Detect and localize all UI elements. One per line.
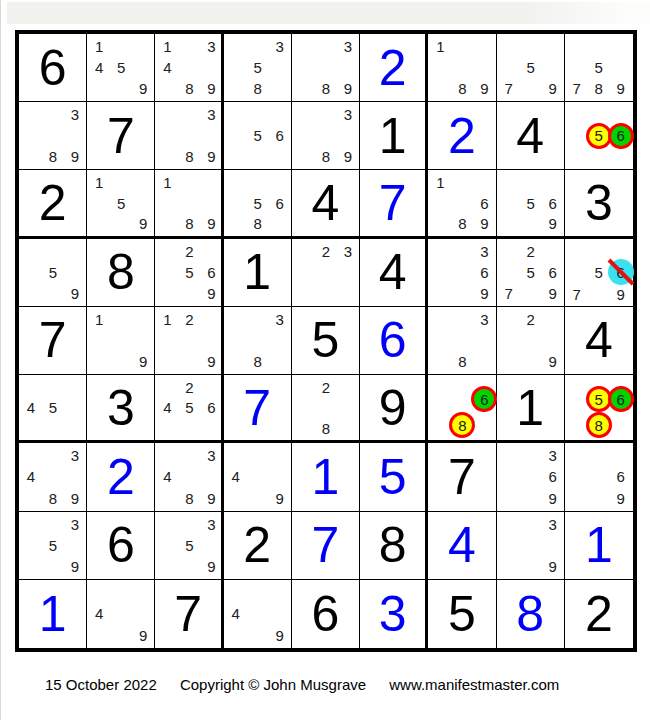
cell-r3c9[interactable]: 3 bbox=[565, 170, 633, 238]
footer-date: 15 October 2022 bbox=[45, 676, 157, 693]
candidate-1: 1 bbox=[91, 311, 107, 328]
candidate-6-cyan-slash: 6 bbox=[608, 259, 634, 285]
candidate-1: 1 bbox=[91, 38, 107, 55]
candidate-8: 8 bbox=[250, 353, 266, 370]
candidate-3: 3 bbox=[340, 243, 356, 260]
given-digit: 6 bbox=[107, 520, 135, 570]
candidate-9: 9 bbox=[203, 148, 219, 165]
candidate-3: 3 bbox=[203, 516, 219, 533]
cell-r1c1[interactable]: 6 bbox=[19, 34, 87, 102]
cell-r8c9[interactable]: 1 bbox=[565, 512, 633, 580]
candidate-5: 5 bbox=[113, 195, 129, 212]
cell-r4c9[interactable]: 5679 bbox=[565, 239, 633, 307]
candidate-8: 8 bbox=[318, 420, 334, 437]
candidate-4: 4 bbox=[228, 605, 244, 622]
candidate-9: 9 bbox=[203, 353, 219, 370]
cell-r9c4[interactable]: 49 bbox=[224, 580, 292, 648]
candidate-7: 7 bbox=[569, 80, 585, 97]
candidate-9: 9 bbox=[203, 490, 219, 507]
cell-r9c1[interactable]: 1 bbox=[19, 580, 87, 648]
candidate-2: 2 bbox=[181, 379, 197, 396]
cell-r6c3[interactable]: 2456 bbox=[155, 375, 223, 443]
candidate-6-green: 6 bbox=[608, 386, 634, 412]
cell-r2c3[interactable]: 389 bbox=[155, 102, 223, 170]
pencil-marks: 3489 bbox=[19, 443, 86, 510]
candidate-9: 9 bbox=[545, 490, 561, 507]
solved-digit: 6 bbox=[379, 315, 407, 365]
given-digit: 1 bbox=[243, 247, 271, 297]
given-digit: 1 bbox=[516, 383, 544, 433]
given-digit: 4 bbox=[379, 247, 407, 297]
candidate-5: 5 bbox=[181, 264, 197, 281]
cell-r3c4[interactable]: 568 bbox=[224, 170, 292, 238]
candidate-8: 8 bbox=[181, 215, 197, 232]
pencil-marks: 359 bbox=[19, 512, 86, 579]
candidate-9: 9 bbox=[67, 148, 83, 165]
solved-digit: 8 bbox=[516, 589, 544, 639]
candidate-4: 4 bbox=[228, 468, 244, 485]
cell-r7c8[interactable]: 369 bbox=[497, 443, 565, 511]
candidate-9: 9 bbox=[545, 353, 561, 370]
cell-r6c8[interactable]: 1 bbox=[497, 375, 565, 443]
pencil-marks: 389 bbox=[292, 102, 359, 169]
candidate-2: 2 bbox=[318, 243, 334, 260]
candidate-6: 6 bbox=[272, 127, 288, 144]
given-digit: 3 bbox=[585, 178, 613, 228]
cell-r9c7[interactable]: 5 bbox=[428, 580, 496, 648]
candidate-2: 2 bbox=[523, 311, 539, 328]
cell-r3c5[interactable]: 4 bbox=[292, 170, 360, 238]
pencil-marks: 159 bbox=[87, 170, 154, 235]
candidate-3: 3 bbox=[67, 106, 83, 123]
solved-digit: 2 bbox=[107, 452, 135, 502]
candidate-7: 7 bbox=[569, 286, 585, 303]
cell-r3c3[interactable]: 189 bbox=[155, 170, 223, 238]
candidate-4: 4 bbox=[91, 59, 107, 76]
given-digit: 8 bbox=[107, 247, 135, 297]
pencil-marks: 5679 bbox=[565, 239, 633, 306]
given-digit: 7 bbox=[448, 452, 476, 502]
candidate-5: 5 bbox=[113, 59, 129, 76]
candidate-8: 8 bbox=[181, 80, 197, 97]
candidate-4: 4 bbox=[159, 399, 175, 416]
candidate-9: 9 bbox=[545, 80, 561, 97]
candidate-5: 5 bbox=[181, 399, 197, 416]
pencil-marks: 389 bbox=[19, 102, 86, 169]
candidate-1: 1 bbox=[91, 174, 107, 191]
candidate-8: 8 bbox=[454, 80, 470, 97]
pencil-marks: 69 bbox=[565, 443, 633, 510]
pencil-marks: 369 bbox=[497, 443, 564, 510]
candidate-3: 3 bbox=[203, 447, 219, 464]
pencil-marks: 45 bbox=[19, 375, 86, 440]
given-digit: 4 bbox=[585, 315, 613, 365]
candidate-9: 9 bbox=[67, 558, 83, 575]
candidate-9: 9 bbox=[203, 285, 219, 302]
pencil-marks: 1689 bbox=[428, 170, 495, 235]
candidate-5: 5 bbox=[591, 264, 607, 281]
candidate-9: 9 bbox=[135, 353, 151, 370]
candidate-4: 4 bbox=[23, 468, 39, 485]
cell-r2c2[interactable]: 7 bbox=[87, 102, 155, 170]
candidate-8: 8 bbox=[454, 215, 470, 232]
cell-r8c3[interactable]: 359 bbox=[155, 512, 223, 580]
cell-r1c8[interactable]: 579 bbox=[497, 34, 565, 102]
candidate-3: 3 bbox=[272, 311, 288, 328]
cell-r6c9[interactable]: 568 bbox=[565, 375, 633, 443]
cell-r2c6[interactable]: 1 bbox=[360, 102, 428, 170]
solved-digit: 4 bbox=[448, 520, 476, 570]
cell-r6c6[interactable]: 9 bbox=[360, 375, 428, 443]
candidate-6: 6 bbox=[545, 195, 561, 212]
candidate-6-green: 6 bbox=[608, 123, 634, 149]
pencil-marks: 28 bbox=[292, 375, 359, 440]
candidate-5: 5 bbox=[250, 59, 266, 76]
candidate-7: 7 bbox=[501, 80, 517, 97]
cell-r4c4[interactable]: 1 bbox=[224, 239, 292, 307]
candidate-9: 9 bbox=[203, 80, 219, 97]
candidate-1: 1 bbox=[432, 174, 448, 191]
pencil-marks: 13489 bbox=[155, 34, 220, 101]
pencil-marks: 358 bbox=[224, 34, 291, 101]
solved-digit: 2 bbox=[448, 111, 476, 161]
cell-r1c3[interactable]: 13489 bbox=[155, 34, 223, 102]
cell-r4c7[interactable]: 369 bbox=[428, 239, 496, 307]
cell-r8c1[interactable]: 359 bbox=[19, 512, 87, 580]
cell-r8c5[interactable]: 7 bbox=[292, 512, 360, 580]
cell-r7c4[interactable]: 49 bbox=[224, 443, 292, 511]
candidate-4: 4 bbox=[23, 399, 39, 416]
candidate-2: 2 bbox=[181, 311, 197, 328]
candidate-9: 9 bbox=[476, 215, 492, 232]
candidate-4: 4 bbox=[91, 605, 107, 622]
cell-r7c2[interactable]: 2 bbox=[87, 443, 155, 511]
candidate-6: 6 bbox=[476, 195, 492, 212]
cell-r5c7[interactable]: 38 bbox=[428, 307, 496, 375]
candidate-1: 1 bbox=[159, 174, 175, 191]
candidate-9: 9 bbox=[613, 80, 629, 97]
cell-r6c2[interactable]: 3 bbox=[87, 375, 155, 443]
candidate-8: 8 bbox=[181, 148, 197, 165]
pencil-marks: 579 bbox=[497, 34, 564, 101]
candidate-5: 5 bbox=[45, 399, 61, 416]
candidate-5: 5 bbox=[250, 127, 266, 144]
pencil-marks: 56 bbox=[565, 102, 633, 169]
given-digit: 2 bbox=[39, 178, 67, 228]
candidate-9: 9 bbox=[272, 627, 288, 644]
cell-r3c6[interactable]: 7 bbox=[360, 170, 428, 238]
footer: 15 October 2022 Copyright © John Musgrav… bbox=[45, 676, 578, 693]
candidate-9: 9 bbox=[67, 490, 83, 507]
pencil-marks: 389 bbox=[292, 34, 359, 101]
candidate-3: 3 bbox=[203, 106, 219, 123]
candidate-3: 3 bbox=[203, 38, 219, 55]
given-digit: 7 bbox=[107, 111, 135, 161]
candidate-8: 8 bbox=[45, 490, 61, 507]
pencil-marks: 2456 bbox=[155, 375, 220, 440]
given-digit: 4 bbox=[312, 178, 340, 228]
cell-r5c6[interactable]: 6 bbox=[360, 307, 428, 375]
pencil-marks: 49 bbox=[224, 580, 291, 648]
given-digit: 9 bbox=[379, 383, 407, 433]
cell-r4c2[interactable]: 8 bbox=[87, 239, 155, 307]
candidate-3: 3 bbox=[545, 516, 561, 533]
pencil-marks: 5789 bbox=[565, 34, 633, 101]
pencil-marks: 569 bbox=[497, 170, 564, 235]
cell-r4c1[interactable]: 59 bbox=[19, 239, 87, 307]
candidate-9: 9 bbox=[613, 490, 629, 507]
candidate-4: 4 bbox=[159, 468, 175, 485]
candidate-1: 1 bbox=[159, 38, 175, 55]
cell-r1c4[interactable]: 358 bbox=[224, 34, 292, 102]
footer-site: www.manifestmaster.com bbox=[389, 676, 559, 693]
pencil-marks: 68 bbox=[428, 375, 495, 440]
cell-r8c7[interactable]: 4 bbox=[428, 512, 496, 580]
candidate-3: 3 bbox=[340, 106, 356, 123]
cell-r3c1[interactable]: 2 bbox=[19, 170, 87, 238]
candidate-5: 5 bbox=[181, 537, 197, 554]
given-digit: 1 bbox=[379, 111, 407, 161]
cell-r8c4[interactable]: 2 bbox=[224, 512, 292, 580]
footer-copyright: Copyright © John Musgrave bbox=[180, 676, 366, 693]
cell-r2c5[interactable]: 389 bbox=[292, 102, 360, 170]
given-digit: 3 bbox=[107, 383, 135, 433]
cell-r7c5[interactable]: 1 bbox=[292, 443, 360, 511]
cell-r5c5[interactable]: 5 bbox=[292, 307, 360, 375]
candidate-6: 6 bbox=[545, 468, 561, 485]
candidate-3: 3 bbox=[476, 311, 492, 328]
cell-r6c4[interactable]: 7 bbox=[224, 375, 292, 443]
sudoku-board: 6145913489358389218957957893897389563891… bbox=[15, 30, 637, 652]
pencil-marks: 3489 bbox=[155, 443, 220, 510]
candidate-3: 3 bbox=[545, 447, 561, 464]
candidate-6-green: 6 bbox=[471, 386, 497, 412]
solved-digit: 7 bbox=[379, 178, 407, 228]
cell-r1c5[interactable]: 389 bbox=[292, 34, 360, 102]
candidate-9: 9 bbox=[272, 490, 288, 507]
candidate-8: 8 bbox=[45, 148, 61, 165]
cell-r5c4[interactable]: 38 bbox=[224, 307, 292, 375]
candidate-9: 9 bbox=[135, 215, 151, 232]
candidate-9: 9 bbox=[340, 80, 356, 97]
pencil-marks: 389 bbox=[155, 102, 220, 169]
candidate-3: 3 bbox=[67, 516, 83, 533]
candidate-9: 9 bbox=[545, 215, 561, 232]
cell-r7c9[interactable]: 69 bbox=[565, 443, 633, 511]
candidate-9: 9 bbox=[613, 286, 629, 303]
given-digit: 6 bbox=[39, 43, 67, 93]
candidate-5: 5 bbox=[250, 195, 266, 212]
candidate-9: 9 bbox=[135, 80, 151, 97]
pencil-marks: 369 bbox=[428, 239, 495, 306]
candidate-2: 2 bbox=[318, 379, 334, 396]
solved-digit: 1 bbox=[39, 589, 67, 639]
candidate-9: 9 bbox=[203, 215, 219, 232]
pencil-marks: 38 bbox=[428, 307, 495, 374]
candidate-8-yellow: 8 bbox=[449, 412, 475, 438]
cell-r2c4[interactable]: 56 bbox=[224, 102, 292, 170]
cell-r3c8[interactable]: 569 bbox=[497, 170, 565, 238]
cell-r6c5[interactable]: 28 bbox=[292, 375, 360, 443]
candidate-8: 8 bbox=[181, 490, 197, 507]
cell-r8c8[interactable]: 39 bbox=[497, 512, 565, 580]
candidate-5: 5 bbox=[523, 59, 539, 76]
solved-digit: 3 bbox=[379, 589, 407, 639]
candidate-9: 9 bbox=[476, 80, 492, 97]
candidate-9: 9 bbox=[545, 558, 561, 575]
candidate-8: 8 bbox=[454, 353, 470, 370]
given-digit: 7 bbox=[174, 589, 202, 639]
cell-r7c1[interactable]: 3489 bbox=[19, 443, 87, 511]
candidate-6: 6 bbox=[545, 264, 561, 281]
cell-r9c3[interactable]: 7 bbox=[155, 580, 223, 648]
given-digit: 6 bbox=[312, 589, 340, 639]
candidate-3: 3 bbox=[272, 38, 288, 55]
cell-r2c9[interactable]: 56 bbox=[565, 102, 633, 170]
candidate-3: 3 bbox=[67, 447, 83, 464]
cell-r9c6[interactable]: 3 bbox=[360, 580, 428, 648]
pencil-marks: 25679 bbox=[497, 239, 564, 306]
pencil-marks: 38 bbox=[224, 307, 291, 374]
candidate-6: 6 bbox=[203, 264, 219, 281]
pencil-marks: 129 bbox=[155, 307, 220, 374]
candidate-9: 9 bbox=[67, 285, 83, 302]
candidate-6: 6 bbox=[272, 195, 288, 212]
pencil-marks: 59 bbox=[19, 239, 86, 306]
pencil-marks: 39 bbox=[497, 512, 564, 579]
cell-r4c5[interactable]: 23 bbox=[292, 239, 360, 307]
pencil-marks: 29 bbox=[497, 307, 564, 374]
candidate-8: 8 bbox=[250, 80, 266, 97]
cell-r2c1[interactable]: 389 bbox=[19, 102, 87, 170]
candidate-8-yellow: 8 bbox=[586, 412, 612, 438]
cell-r7c7[interactable]: 7 bbox=[428, 443, 496, 511]
candidate-5: 5 bbox=[523, 195, 539, 212]
cell-r4c8[interactable]: 25679 bbox=[497, 239, 565, 307]
given-digit: 2 bbox=[585, 589, 613, 639]
cell-r5c1[interactable]: 7 bbox=[19, 307, 87, 375]
candidate-8: 8 bbox=[318, 148, 334, 165]
pencil-marks: 2569 bbox=[155, 239, 220, 306]
cell-r8c6[interactable]: 8 bbox=[360, 512, 428, 580]
cell-r1c7[interactable]: 189 bbox=[428, 34, 496, 102]
candidate-3: 3 bbox=[340, 38, 356, 55]
pencil-marks: 1459 bbox=[87, 34, 154, 101]
pencil-marks: 189 bbox=[428, 34, 495, 101]
candidate-6: 6 bbox=[613, 468, 629, 485]
cell-r3c2[interactable]: 159 bbox=[87, 170, 155, 238]
cell-r2c8[interactable]: 4 bbox=[497, 102, 565, 170]
cell-r1c9[interactable]: 5789 bbox=[565, 34, 633, 102]
candidate-2: 2 bbox=[181, 243, 197, 260]
candidate-7: 7 bbox=[501, 285, 517, 302]
given-digit: 2 bbox=[243, 520, 271, 570]
pencil-marks: 568 bbox=[224, 170, 291, 235]
pencil-marks: 189 bbox=[155, 170, 220, 235]
solved-digit: 7 bbox=[243, 383, 271, 433]
cell-r4c3[interactable]: 2569 bbox=[155, 239, 223, 307]
candidate-1: 1 bbox=[159, 311, 175, 328]
solved-digit: 1 bbox=[312, 452, 340, 502]
candidate-9: 9 bbox=[135, 627, 151, 644]
cell-r6c7[interactable]: 68 bbox=[428, 375, 496, 443]
solved-digit: 1 bbox=[585, 520, 613, 570]
candidate-6: 6 bbox=[203, 399, 219, 416]
solved-digit: 2 bbox=[379, 43, 407, 93]
candidate-2: 2 bbox=[523, 243, 539, 260]
given-digit: 7 bbox=[39, 315, 67, 365]
cell-r5c3[interactable]: 129 bbox=[155, 307, 223, 375]
candidate-5: 5 bbox=[45, 264, 61, 281]
cell-r9c8[interactable]: 8 bbox=[497, 580, 565, 648]
pencil-marks: 23 bbox=[292, 239, 359, 306]
cell-r9c2[interactable]: 49 bbox=[87, 580, 155, 648]
candidate-5: 5 bbox=[45, 537, 61, 554]
cell-r9c9[interactable]: 2 bbox=[565, 580, 633, 648]
solved-digit: 5 bbox=[379, 452, 407, 502]
cell-r2c7[interactable]: 2 bbox=[428, 102, 496, 170]
solved-digit: 7 bbox=[312, 520, 340, 570]
cell-r1c6[interactable]: 2 bbox=[360, 34, 428, 102]
cell-r5c9[interactable]: 4 bbox=[565, 307, 633, 375]
cell-r1c2[interactable]: 1459 bbox=[87, 34, 155, 102]
cell-r9c5[interactable]: 6 bbox=[292, 580, 360, 648]
candidate-8: 8 bbox=[250, 215, 266, 232]
candidate-9: 9 bbox=[476, 285, 492, 302]
cell-r6c1[interactable]: 45 bbox=[19, 375, 87, 443]
given-digit: 5 bbox=[448, 589, 476, 639]
cell-r8c2[interactable]: 6 bbox=[87, 512, 155, 580]
cell-r4c6[interactable]: 4 bbox=[360, 239, 428, 307]
pencil-marks: 49 bbox=[224, 443, 291, 510]
cell-r5c8[interactable]: 29 bbox=[497, 307, 565, 375]
candidate-8: 8 bbox=[318, 80, 334, 97]
cell-r3c7[interactable]: 1689 bbox=[428, 170, 496, 238]
candidate-3: 3 bbox=[476, 243, 492, 260]
pencil-marks: 49 bbox=[87, 580, 154, 648]
pencil-marks: 359 bbox=[155, 512, 220, 579]
candidate-6: 6 bbox=[476, 264, 492, 281]
cell-r5c2[interactable]: 19 bbox=[87, 307, 155, 375]
candidate-8: 8 bbox=[591, 80, 607, 97]
pencil-marks: 568 bbox=[565, 375, 633, 440]
candidate-4: 4 bbox=[159, 59, 175, 76]
candidate-1: 1 bbox=[432, 38, 448, 55]
candidate-9: 9 bbox=[203, 558, 219, 575]
cell-r7c3[interactable]: 3489 bbox=[155, 443, 223, 511]
pencil-marks: 19 bbox=[87, 307, 154, 374]
candidate-5: 5 bbox=[591, 59, 607, 76]
cell-r7c6[interactable]: 5 bbox=[360, 443, 428, 511]
given-digit: 4 bbox=[516, 111, 544, 161]
candidate-5: 5 bbox=[523, 264, 539, 281]
window-top-strip bbox=[7, 2, 650, 24]
candidate-9: 9 bbox=[340, 148, 356, 165]
candidate-9: 9 bbox=[545, 285, 561, 302]
given-digit: 5 bbox=[312, 315, 340, 365]
given-digit: 8 bbox=[379, 520, 407, 570]
pencil-marks: 56 bbox=[224, 102, 291, 169]
